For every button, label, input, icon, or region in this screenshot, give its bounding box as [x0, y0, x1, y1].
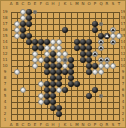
- white-stone-c6[interactable]: [20, 87, 26, 93]
- black-stone-m7[interactable]: [74, 81, 80, 87]
- top-col-label-J: J: [58, 2, 59, 6]
- top-col-label-S: S: [112, 2, 115, 6]
- right-row-label-10: 10: [120, 64, 125, 68]
- right-row-label-2: 2: [122, 112, 125, 116]
- triangle-marker-r15: [105, 34, 109, 37]
- bottom-col-label-P: P: [94, 123, 96, 127]
- right-row-label-17: 17: [120, 22, 125, 26]
- square-marker-e19: [34, 11, 37, 14]
- right-row-label-19: 19: [120, 10, 125, 14]
- triangle-marker-p12: [93, 52, 97, 55]
- bottom-col-label-A: A: [10, 123, 13, 127]
- white-stone-e10[interactable]: [32, 63, 38, 69]
- left-row-label-3: 3: [4, 106, 7, 110]
- left-row-label-13: 13: [2, 46, 7, 50]
- star-point-q4: [100, 101, 102, 103]
- bottom-col-label-Q: Q: [99, 123, 102, 127]
- bottom-col-label-R: R: [106, 123, 109, 127]
- black-stone-o5[interactable]: [86, 93, 92, 99]
- top-col-label-M: M: [75, 2, 78, 6]
- white-stone-s10[interactable]: [110, 63, 116, 69]
- triangle-marker-r11: [105, 58, 109, 61]
- left-row-label-14: 14: [2, 40, 7, 44]
- left-row-label-18: 18: [2, 16, 7, 20]
- white-stone-t15[interactable]: [116, 33, 122, 39]
- bottom-col-label-N: N: [82, 123, 85, 127]
- top-col-label-C: C: [22, 2, 25, 6]
- bottom-col-label-D: D: [27, 123, 30, 127]
- bottom-col-label-J: J: [58, 123, 59, 127]
- star-point-d4: [28, 101, 30, 103]
- left-row-label-17: 17: [2, 22, 7, 26]
- white-stone-b9[interactable]: [14, 69, 20, 75]
- bottom-col-label-K: K: [64, 123, 67, 127]
- bottom-col-label-E: E: [34, 123, 37, 127]
- right-row-label-12: 12: [120, 52, 125, 56]
- black-stone-d17[interactable]: [26, 21, 32, 27]
- bottom-col-label-T: T: [118, 123, 120, 127]
- square-marker-q17: [100, 23, 103, 26]
- black-stone-p16[interactable]: [92, 27, 98, 33]
- go-board[interactable]: AABBCCDDEEFFGGHHJJKKLLMMNNOOPPQQRRSSTT19…: [0, 0, 126, 128]
- triangle-marker-s16: [111, 28, 115, 31]
- triangle-marker-q13: [99, 46, 103, 49]
- square-marker-k11: [64, 59, 67, 62]
- top-col-label-A: A: [10, 2, 13, 6]
- right-row-label-13: 13: [120, 46, 125, 50]
- top-col-label-K: K: [64, 2, 67, 6]
- star-point-q16: [100, 29, 102, 31]
- bottom-col-label-O: O: [87, 123, 90, 127]
- star-point-d16: [28, 29, 30, 31]
- triangle-marker-s14: [111, 40, 115, 43]
- top-col-label-D: D: [27, 2, 30, 6]
- bottom-col-label-F: F: [40, 123, 42, 127]
- right-row-label-6: 6: [122, 88, 125, 92]
- top-col-label-P: P: [94, 2, 96, 6]
- bottom-col-label-H: H: [51, 123, 54, 127]
- right-row-label-8: 8: [122, 76, 125, 80]
- top-col-label-T: T: [118, 2, 120, 6]
- right-row-label-18: 18: [120, 16, 125, 20]
- right-row-label-5: 5: [122, 94, 125, 98]
- bottom-col-label-S: S: [112, 123, 115, 127]
- top-col-label-Q: Q: [99, 2, 102, 6]
- left-row-label-8: 8: [4, 76, 7, 80]
- left-row-label-4: 4: [4, 100, 7, 104]
- left-row-label-1: 1: [4, 118, 7, 122]
- right-row-label-1: 1: [122, 118, 125, 122]
- black-stone-p6[interactable]: [92, 87, 98, 93]
- right-row-label-16: 16: [120, 28, 125, 32]
- bottom-col-label-G: G: [45, 123, 48, 127]
- top-col-label-E: E: [34, 2, 37, 6]
- top-col-label-N: N: [82, 2, 85, 6]
- left-row-label-10: 10: [2, 64, 7, 68]
- left-row-label-5: 5: [4, 94, 7, 98]
- right-row-label-9: 9: [122, 70, 125, 74]
- left-row-label-15: 15: [2, 34, 7, 38]
- white-stone-q9[interactable]: [98, 69, 104, 75]
- black-stone-k16[interactable]: [62, 27, 68, 33]
- bottom-col-label-C: C: [22, 123, 25, 127]
- top-col-label-L: L: [70, 2, 72, 6]
- top-col-label-B: B: [16, 2, 19, 6]
- right-row-label-7: 7: [122, 82, 125, 86]
- left-row-label-6: 6: [4, 88, 7, 92]
- top-col-label-G: G: [45, 2, 48, 6]
- left-row-label-12: 12: [2, 52, 7, 56]
- square-marker-q5: [100, 95, 103, 98]
- top-col-label-O: O: [87, 2, 90, 6]
- top-col-label-H: H: [51, 2, 54, 6]
- right-row-label-14: 14: [120, 40, 125, 44]
- right-row-label-3: 3: [122, 106, 125, 110]
- left-row-label-2: 2: [4, 112, 7, 116]
- top-col-label-F: F: [40, 2, 42, 6]
- left-row-label-19: 19: [2, 10, 7, 14]
- star-point-k4: [64, 101, 66, 103]
- top-col-label-R: R: [106, 2, 109, 6]
- left-row-label-11: 11: [2, 58, 7, 62]
- bottom-col-label-M: M: [75, 123, 78, 127]
- triangle-marker-q14: [99, 40, 103, 43]
- black-stone-k6[interactable]: [62, 87, 68, 93]
- left-row-label-7: 7: [4, 82, 7, 86]
- right-row-label-4: 4: [122, 100, 125, 104]
- left-row-label-16: 16: [2, 28, 7, 32]
- triangle-marker-q11: [99, 58, 103, 61]
- star-point-d10: [28, 65, 30, 67]
- right-row-label-11: 11: [120, 58, 125, 62]
- left-row-label-9: 9: [4, 70, 7, 74]
- bottom-col-label-B: B: [16, 123, 19, 127]
- bottom-col-label-L: L: [70, 123, 72, 127]
- black-stone-j2[interactable]: [56, 111, 62, 117]
